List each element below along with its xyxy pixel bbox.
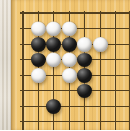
black-stone[interactable]: ● <box>31 37 46 52</box>
black-stone[interactable]: ● <box>77 83 92 98</box>
black-stone[interactable]: ● <box>62 37 77 52</box>
black-stone[interactable]: ● <box>46 99 61 114</box>
grid-line-vertical <box>129 11 130 131</box>
grid-line-vertical <box>115 11 116 131</box>
grid-line-horizontal <box>20 90 130 91</box>
grid-line-vertical <box>22 11 24 131</box>
black-stone[interactable]: ● <box>46 37 61 52</box>
white-stone[interactable]: ● <box>46 52 61 67</box>
grid-line-horizontal <box>20 12 130 14</box>
white-stone[interactable]: ● <box>62 21 77 36</box>
grid-line-horizontal <box>20 106 130 107</box>
black-stone[interactable]: ● <box>77 52 92 67</box>
grid-line-vertical <box>100 11 101 131</box>
white-stone[interactable]: ● <box>46 21 61 36</box>
white-stone[interactable]: ● <box>62 68 77 83</box>
black-stone[interactable]: ● <box>77 68 92 83</box>
go-app-screenshot: ●●●●●●●●●●●●●●●●● <box>0 0 130 130</box>
black-stone[interactable]: ● <box>31 52 46 67</box>
board-overlay: ●●●●●●●●●●●●●●●●● <box>0 0 130 130</box>
grid-line-horizontal <box>20 121 130 122</box>
white-stone[interactable]: ● <box>31 21 46 36</box>
white-stone[interactable]: ● <box>93 37 108 52</box>
white-stone[interactable]: ● <box>77 37 92 52</box>
white-stone[interactable]: ● <box>62 52 77 67</box>
white-stone[interactable]: ● <box>31 68 46 83</box>
